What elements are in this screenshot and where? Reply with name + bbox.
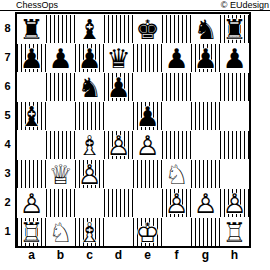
piece-mask: ♝ [75, 14, 104, 43]
square-c4[interactable]: ♝♗ [75, 130, 104, 159]
black-pawn-piece: ♟ [17, 43, 46, 72]
square-c3[interactable]: ♟♙ [75, 159, 104, 188]
piece-mask: ♞ [162, 159, 191, 188]
square-b7[interactable]: ♟♟ [46, 43, 75, 72]
header: ChessOps © EUdesign [0, 0, 270, 11]
file-label-b: b [46, 248, 75, 262]
black-pawn-piece: ♟ [191, 43, 220, 72]
black-bishop-piece: ♝ [17, 101, 46, 130]
piece-mask: ♟ [104, 72, 133, 101]
square-g7[interactable]: ♟♟ [191, 43, 220, 72]
white-queen-piece: ♕ [46, 159, 75, 188]
rank-label-1: 1 [0, 217, 15, 246]
square-h6[interactable] [220, 72, 249, 101]
square-f4[interactable] [162, 130, 191, 159]
square-f8[interactable] [162, 14, 191, 43]
square-a1[interactable]: ♜♖ [17, 217, 46, 246]
rank-label-6: 6 [0, 72, 15, 101]
square-e7[interactable] [133, 43, 162, 72]
piece-mask: ♞ [75, 72, 104, 101]
black-knight-piece: ♞ [75, 72, 104, 101]
rank-labels: 87654321 [0, 12, 15, 246]
white-pawn-piece: ♙ [191, 188, 220, 217]
black-pawn-piece: ♟ [220, 43, 249, 72]
black-pawn-piece: ♟ [162, 43, 191, 72]
black-rook-piece: ♜ [17, 14, 46, 43]
piece-mask: ♟ [162, 188, 191, 217]
square-a6[interactable] [17, 72, 46, 101]
piece-mask: ♚ [133, 217, 162, 246]
square-b6[interactable] [46, 72, 75, 101]
square-d7[interactable]: ♛♛ [104, 43, 133, 72]
square-e4[interactable]: ♟♙ [133, 130, 162, 159]
piece-mask: ♟ [46, 43, 75, 72]
square-f6[interactable] [162, 72, 191, 101]
white-pawn-piece: ♙ [133, 130, 162, 159]
square-a2[interactable]: ♟♙ [17, 188, 46, 217]
square-g2[interactable]: ♟♙ [191, 188, 220, 217]
square-c5[interactable] [75, 101, 104, 130]
square-g4[interactable] [191, 130, 220, 159]
square-h3[interactable] [220, 159, 249, 188]
white-bishop-piece: ♗ [75, 217, 104, 246]
square-f2[interactable]: ♟♙ [162, 188, 191, 217]
square-g8[interactable]: ♞♞ [191, 14, 220, 43]
piece-mask: ♟ [220, 188, 249, 217]
piece-mask: ♝ [17, 101, 46, 130]
square-a5[interactable]: ♝♝ [17, 101, 46, 130]
piece-mask: ♟ [220, 43, 249, 72]
piece-mask: ♞ [191, 14, 220, 43]
file-label-f: f [162, 248, 191, 262]
piece-mask: ♜ [17, 217, 46, 246]
piece-mask: ♟ [75, 43, 104, 72]
square-c8[interactable]: ♝♝ [75, 14, 104, 43]
square-c1[interactable]: ♝♗ [75, 217, 104, 246]
black-pawn-piece: ♟ [75, 43, 104, 72]
rank-label-5: 5 [0, 101, 15, 130]
square-c2[interactable] [75, 188, 104, 217]
square-f1[interactable] [162, 217, 191, 246]
square-d4[interactable]: ♟♙ [104, 130, 133, 159]
piece-mask: ♝ [75, 130, 104, 159]
black-king-piece: ♚ [133, 14, 162, 43]
square-h8[interactable]: ♜♜ [220, 14, 249, 43]
file-labels: abcdefgh [17, 248, 270, 262]
piece-mask: ♟ [75, 159, 104, 188]
square-e3[interactable] [133, 159, 162, 188]
square-e1[interactable]: ♚♔ [133, 217, 162, 246]
square-g3[interactable] [191, 159, 220, 188]
black-knight-piece: ♞ [191, 14, 220, 43]
white-bishop-piece: ♗ [75, 130, 104, 159]
black-queen-piece: ♛ [104, 43, 133, 72]
file-label-d: d [104, 248, 133, 262]
white-rook-piece: ♖ [220, 217, 249, 246]
white-knight-piece: ♘ [46, 217, 75, 246]
square-h5[interactable] [220, 101, 249, 130]
piece-mask: ♟ [162, 43, 191, 72]
square-b1[interactable]: ♞♘ [46, 217, 75, 246]
square-d8[interactable] [104, 14, 133, 43]
square-d6[interactable]: ♟♟ [104, 72, 133, 101]
file-label-e: e [133, 248, 162, 262]
black-pawn-piece: ♟ [104, 72, 133, 101]
square-b3[interactable]: ♛♕ [46, 159, 75, 188]
piece-mask: ♟ [133, 101, 162, 130]
rank-label-2: 2 [0, 188, 15, 217]
square-e2[interactable] [133, 188, 162, 217]
square-h4[interactable] [220, 130, 249, 159]
black-bishop-piece: ♝ [75, 14, 104, 43]
square-h1[interactable]: ♜♖ [220, 217, 249, 246]
piece-mask: ♟ [133, 130, 162, 159]
square-e5[interactable]: ♟♟ [133, 101, 162, 130]
white-pawn-piece: ♙ [220, 188, 249, 217]
rank-label-3: 3 [0, 159, 15, 188]
square-c6[interactable]: ♞♞ [75, 72, 104, 101]
file-label-c: c [75, 248, 104, 262]
square-f3[interactable]: ♞♘ [162, 159, 191, 188]
black-pawn-piece: ♟ [46, 43, 75, 72]
piece-mask: ♜ [17, 14, 46, 43]
black-rook-piece: ♜ [220, 14, 249, 43]
square-b4[interactable] [46, 130, 75, 159]
white-pawn-piece: ♙ [162, 188, 191, 217]
piece-mask: ♟ [191, 188, 220, 217]
piece-mask: ♛ [104, 43, 133, 72]
piece-mask: ♞ [46, 217, 75, 246]
square-b8[interactable] [46, 14, 75, 43]
square-c7[interactable]: ♟♟ [75, 43, 104, 72]
piece-mask: ♚ [133, 14, 162, 43]
square-b5[interactable] [46, 101, 75, 130]
piece-mask: ♟ [104, 130, 133, 159]
white-pawn-piece: ♙ [75, 159, 104, 188]
square-f5[interactable] [162, 101, 191, 130]
piece-mask: ♜ [220, 217, 249, 246]
square-f7[interactable]: ♟♟ [162, 43, 191, 72]
square-e6[interactable] [133, 72, 162, 101]
square-d1[interactable] [104, 217, 133, 246]
file-label-h: h [220, 248, 249, 262]
piece-mask: ♟ [17, 188, 46, 217]
square-h7[interactable]: ♟♟ [220, 43, 249, 72]
square-h2[interactable]: ♟♙ [220, 188, 249, 217]
rank-label-4: 4 [0, 130, 15, 159]
black-pawn-piece: ♟ [133, 101, 162, 130]
piece-mask: ♝ [75, 217, 104, 246]
chess-board: ♜♜♝♝♚♚♞♞♜♜♟♟♟♟♟♟♛♛♟♟♟♟♟♟♞♞♟♟♝♝♟♟♝♗♟♙♟♙♛♕… [15, 12, 251, 248]
rank-label-8: 8 [0, 14, 15, 43]
square-b2[interactable] [46, 188, 75, 217]
file-label-g: g [191, 248, 220, 262]
board-area: 87654321 ♜♜♝♝♚♚♞♞♜♜♟♟♟♟♟♟♛♛♟♟♟♟♟♟♞♞♟♟♝♝♟… [0, 12, 270, 248]
square-g6[interactable] [191, 72, 220, 101]
white-pawn-piece: ♙ [17, 188, 46, 217]
app-title: ChessOps [16, 0, 58, 10]
white-king-piece: ♔ [133, 217, 162, 246]
rank-label-7: 7 [0, 43, 15, 72]
square-a4[interactable] [17, 130, 46, 159]
piece-mask: ♟ [191, 43, 220, 72]
white-rook-piece: ♖ [17, 217, 46, 246]
file-label-a: a [17, 248, 46, 262]
square-d2[interactable] [104, 188, 133, 217]
square-g5[interactable] [191, 101, 220, 130]
square-a3[interactable] [17, 159, 46, 188]
credit-label: © EUdesign [221, 0, 269, 10]
square-a8[interactable]: ♜♜ [17, 14, 46, 43]
piece-mask: ♜ [220, 14, 249, 43]
square-d5[interactable] [104, 101, 133, 130]
square-d3[interactable] [104, 159, 133, 188]
square-e8[interactable]: ♚♚ [133, 14, 162, 43]
piece-mask: ♟ [17, 43, 46, 72]
white-knight-piece: ♘ [162, 159, 191, 188]
white-pawn-piece: ♙ [104, 130, 133, 159]
square-g1[interactable] [191, 217, 220, 246]
piece-mask: ♛ [46, 159, 75, 188]
square-a7[interactable]: ♟♟ [17, 43, 46, 72]
